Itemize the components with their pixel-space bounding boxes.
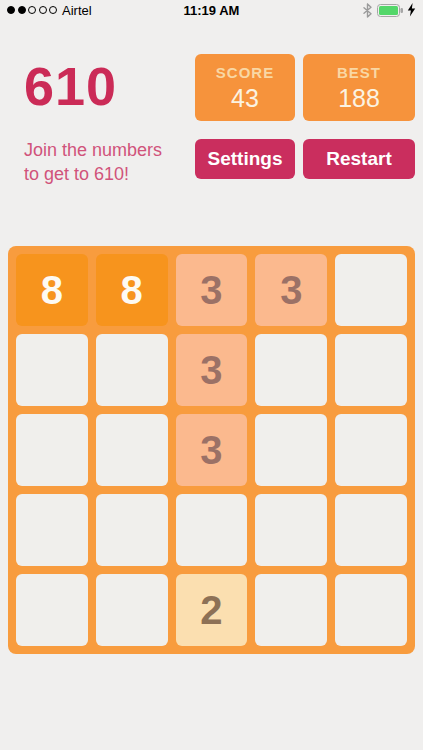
score-box: SCORE 43	[195, 54, 295, 121]
board[interactable]: 8833332	[8, 246, 415, 654]
empty-cell-r3c5	[335, 414, 407, 486]
empty-cell-r4c2	[96, 494, 168, 566]
signal-dots-icon	[7, 6, 57, 14]
score-value: 43	[231, 84, 259, 113]
subtitle-line2: to get to 610!	[24, 162, 195, 186]
tile-8-r1c2: 8	[96, 254, 168, 326]
empty-cell-r5c5	[335, 574, 407, 646]
header: 610 Join the numbers to get to 610! SCOR…	[0, 54, 423, 186]
empty-cell-r4c5	[335, 494, 407, 566]
header-right: SCORE 43 BEST 188 Settings Restart	[195, 54, 415, 186]
signal-dot-filled	[18, 6, 26, 14]
subtitle: Join the numbers to get to 610!	[24, 138, 195, 186]
bluetooth-icon	[362, 3, 373, 18]
best-value: 188	[338, 84, 380, 113]
signal-dot-empty	[28, 6, 36, 14]
charging-bolt-icon	[407, 3, 416, 17]
signal-dot-empty	[49, 6, 57, 14]
empty-cell-r5c4	[255, 574, 327, 646]
status-icons-group	[362, 3, 416, 18]
tile-2-r5c3: 2	[176, 574, 248, 646]
signal-dot-filled	[7, 6, 15, 14]
empty-cell-r3c1	[16, 414, 88, 486]
tile-3-r2c3: 3	[176, 334, 248, 406]
empty-cell-r3c4	[255, 414, 327, 486]
empty-cell-r4c3	[176, 494, 248, 566]
status-bar: Airtel 11:19 AM	[0, 0, 423, 20]
empty-cell-r5c2	[96, 574, 168, 646]
tile-3-r1c3: 3	[176, 254, 248, 326]
empty-cell-r2c4	[255, 334, 327, 406]
signal-carrier-group: Airtel	[7, 3, 92, 18]
carrier-label: Airtel	[62, 3, 92, 18]
empty-cell-r2c5	[335, 334, 407, 406]
empty-cell-r1c5	[335, 254, 407, 326]
settings-button[interactable]: Settings	[195, 139, 295, 179]
empty-cell-r3c2	[96, 414, 168, 486]
battery-icon	[377, 4, 403, 17]
best-label: BEST	[337, 64, 381, 81]
header-left: 610 Join the numbers to get to 610!	[8, 54, 195, 186]
subtitle-line1: Join the numbers	[24, 138, 195, 162]
tile-3-r3c3: 3	[176, 414, 248, 486]
tile-8-r1c1: 8	[16, 254, 88, 326]
app-screen: Airtel 11:19 AM 610 Join the numbers to …	[0, 0, 423, 750]
best-box: BEST 188	[303, 54, 415, 121]
score-label: SCORE	[216, 64, 274, 81]
empty-cell-r2c1	[16, 334, 88, 406]
restart-button[interactable]: Restart	[303, 139, 415, 179]
empty-cell-r4c4	[255, 494, 327, 566]
empty-cell-r2c2	[96, 334, 168, 406]
tile-3-r1c4: 3	[255, 254, 327, 326]
signal-dot-empty	[39, 6, 47, 14]
empty-cell-r4c1	[16, 494, 88, 566]
empty-cell-r5c1	[16, 574, 88, 646]
page-title: 610	[24, 54, 195, 118]
